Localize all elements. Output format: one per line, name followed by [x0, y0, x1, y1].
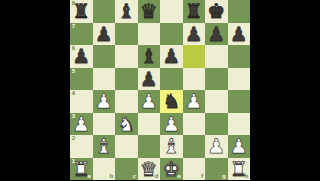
square-a6[interactable]: 6♟: [70, 45, 93, 68]
black-pawn-h7[interactable]: ♟: [228, 23, 251, 46]
file-label-e: e: [177, 174, 181, 180]
square-c6[interactable]: [115, 45, 138, 68]
square-f2[interactable]: [183, 135, 206, 158]
square-b2[interactable]: ♝: [93, 135, 116, 158]
square-a2[interactable]: 2: [70, 135, 93, 158]
square-g5[interactable]: [205, 68, 228, 91]
file-label-f: f: [201, 174, 203, 180]
square-e7[interactable]: [160, 23, 183, 46]
square-c2[interactable]: [115, 135, 138, 158]
black-rook-f8[interactable]: ♜: [183, 0, 206, 23]
square-b3[interactable]: [93, 113, 116, 136]
black-pawn-f7[interactable]: ♟: [183, 23, 206, 46]
black-bishop-c8[interactable]: ♝: [115, 0, 138, 23]
rank-label-4: 4: [72, 91, 76, 97]
black-queen-d8[interactable]: ♛: [138, 0, 161, 23]
black-bishop-d6[interactable]: ♝: [138, 45, 161, 68]
square-g7[interactable]: ♟: [205, 23, 228, 46]
square-a3[interactable]: 3♟: [70, 113, 93, 136]
rank-label-3: 3: [72, 114, 76, 120]
square-b5[interactable]: [93, 68, 116, 91]
white-bishop-e2[interactable]: ♝: [160, 135, 183, 158]
white-pawn-d4[interactable]: ♟: [138, 90, 161, 113]
file-label-c: c: [133, 174, 136, 180]
square-a4[interactable]: 4: [70, 90, 93, 113]
square-e3[interactable]: ♟: [160, 113, 183, 136]
white-pawn-b4[interactable]: ♟: [93, 90, 116, 113]
square-h3[interactable]: [228, 113, 251, 136]
rank-label-1: 1: [72, 159, 76, 165]
square-f6[interactable]: [183, 45, 206, 68]
black-pawn-b7[interactable]: ♟: [93, 23, 116, 46]
file-label-g: g: [222, 174, 226, 180]
square-h4[interactable]: [228, 90, 251, 113]
square-g4[interactable]: [205, 90, 228, 113]
square-b4[interactable]: ♟: [93, 90, 116, 113]
white-pawn-e3[interactable]: ♟: [160, 113, 183, 136]
white-pawn-g2[interactable]: ♟: [205, 135, 228, 158]
square-a7[interactable]: 7: [70, 23, 93, 46]
white-bishop-b2[interactable]: ♝: [93, 135, 116, 158]
square-h8[interactable]: [228, 0, 251, 23]
rank-label-6: 6: [72, 46, 76, 52]
black-knight-e4[interactable]: ♞: [160, 90, 183, 113]
square-c8[interactable]: ♝: [115, 0, 138, 23]
black-pawn-g7[interactable]: ♟: [205, 23, 228, 46]
black-pawn-a6[interactable]: ♟: [70, 45, 93, 68]
square-h7[interactable]: ♟: [228, 23, 251, 46]
black-pawn-d5[interactable]: ♟: [138, 68, 161, 91]
square-a8[interactable]: 8♜: [70, 0, 93, 23]
video-frame: 8♜♝♛♜♚7♟♟♟♟6♟♝♟5♟4♟♟♞♟3♟♞♟2♝♝♟♟1a♜bcd♛e♚…: [0, 0, 320, 180]
square-f7[interactable]: ♟: [183, 23, 206, 46]
square-d2[interactable]: [138, 135, 161, 158]
black-pawn-e6[interactable]: ♟: [160, 45, 183, 68]
black-rook-a8[interactable]: ♜: [70, 0, 93, 23]
white-knight-c3[interactable]: ♞: [115, 113, 138, 136]
square-f3[interactable]: [183, 113, 206, 136]
square-c7[interactable]: [115, 23, 138, 46]
square-e1[interactable]: e♚: [160, 158, 183, 181]
square-a5[interactable]: 5: [70, 68, 93, 91]
square-d5[interactable]: ♟: [138, 68, 161, 91]
square-f8[interactable]: ♜: [183, 0, 206, 23]
square-f1[interactable]: f: [183, 158, 206, 181]
square-e4[interactable]: ♞: [160, 90, 183, 113]
white-rook-h1[interactable]: ♜: [228, 158, 251, 181]
square-g3[interactable]: [205, 113, 228, 136]
file-label-a: a: [87, 174, 91, 180]
square-d6[interactable]: ♝: [138, 45, 161, 68]
square-g2[interactable]: ♟: [205, 135, 228, 158]
square-e2[interactable]: ♝: [160, 135, 183, 158]
file-label-b: b: [110, 174, 114, 180]
rank-label-7: 7: [72, 24, 76, 30]
square-d4[interactable]: ♟: [138, 90, 161, 113]
square-b6[interactable]: [93, 45, 116, 68]
square-f4[interactable]: ♟: [183, 90, 206, 113]
square-c3[interactable]: ♞: [115, 113, 138, 136]
square-e8[interactable]: [160, 0, 183, 23]
square-d3[interactable]: [138, 113, 161, 136]
square-e5[interactable]: [160, 68, 183, 91]
rank-label-2: 2: [72, 136, 76, 142]
square-b7[interactable]: ♟: [93, 23, 116, 46]
square-d8[interactable]: ♛: [138, 0, 161, 23]
square-d7[interactable]: [138, 23, 161, 46]
white-pawn-f4[interactable]: ♟: [183, 90, 206, 113]
black-king-g8[interactable]: ♚: [205, 0, 228, 23]
square-c5[interactable]: [115, 68, 138, 91]
square-h2[interactable]: ♟: [228, 135, 251, 158]
file-label-d: d: [155, 174, 159, 180]
white-rook-a1[interactable]: ♜: [70, 158, 93, 181]
file-label-h: h: [245, 174, 249, 180]
white-queen-d1[interactable]: ♛: [138, 158, 161, 181]
square-c1[interactable]: c: [115, 158, 138, 181]
square-a1[interactable]: 1a♜: [70, 158, 93, 181]
square-h1[interactable]: h♜: [228, 158, 251, 181]
white-king-e1[interactable]: ♚: [160, 158, 183, 181]
square-f5[interactable]: [183, 68, 206, 91]
square-g6[interactable]: [205, 45, 228, 68]
square-b8[interactable]: [93, 0, 116, 23]
letterbox-left: [0, 0, 70, 180]
white-pawn-h2[interactable]: ♟: [228, 135, 251, 158]
rank-label-8: 8: [72, 1, 76, 7]
square-c4[interactable]: [115, 90, 138, 113]
square-h5[interactable]: [228, 68, 251, 91]
square-g8[interactable]: ♚: [205, 0, 228, 23]
letterbox-right: [250, 0, 320, 180]
chess-board: 8♜♝♛♜♚7♟♟♟♟6♟♝♟5♟4♟♟♞♟3♟♞♟2♝♝♟♟1a♜bcd♛e♚…: [70, 0, 250, 180]
square-e6[interactable]: ♟: [160, 45, 183, 68]
square-b1[interactable]: b: [93, 158, 116, 181]
rank-label-5: 5: [72, 69, 76, 75]
white-pawn-a3[interactable]: ♟: [70, 113, 93, 136]
square-h6[interactable]: [228, 45, 251, 68]
square-g1[interactable]: g: [205, 158, 228, 181]
square-d1[interactable]: d♛: [138, 158, 161, 181]
